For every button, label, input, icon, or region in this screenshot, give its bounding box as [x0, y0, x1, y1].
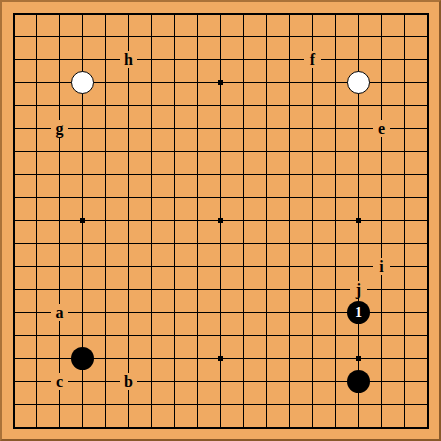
point-g3[interactable] — [140, 370, 163, 393]
point-q5[interactable] — [347, 324, 370, 347]
point-n14[interactable] — [278, 117, 301, 140]
point-p1[interactable] — [324, 416, 347, 439]
point-s8[interactable] — [393, 255, 416, 278]
point-e18[interactable] — [94, 25, 117, 48]
point-b10[interactable] — [25, 209, 48, 232]
point-o12[interactable] — [301, 163, 324, 186]
point-g13[interactable] — [140, 140, 163, 163]
point-o1[interactable] — [301, 416, 324, 439]
point-j18[interactable] — [186, 25, 209, 48]
point-c12[interactable] — [48, 163, 71, 186]
point-l7[interactable] — [232, 278, 255, 301]
point-q17[interactable] — [347, 48, 370, 71]
point-r12[interactable] — [370, 163, 393, 186]
point-m12[interactable] — [255, 163, 278, 186]
point-t14[interactable] — [416, 117, 439, 140]
point-s11[interactable] — [393, 186, 416, 209]
point-e7[interactable] — [94, 278, 117, 301]
point-n7[interactable] — [278, 278, 301, 301]
point-t11[interactable] — [416, 186, 439, 209]
point-t19[interactable] — [416, 2, 439, 25]
point-c17[interactable] — [48, 48, 71, 71]
point-b9[interactable] — [25, 232, 48, 255]
point-j2[interactable] — [186, 393, 209, 416]
point-e16[interactable] — [94, 71, 117, 94]
point-k18[interactable] — [209, 25, 232, 48]
point-p8[interactable] — [324, 255, 347, 278]
point-r19[interactable] — [370, 2, 393, 25]
point-m15[interactable] — [255, 94, 278, 117]
point-m6[interactable] — [255, 301, 278, 324]
point-r8[interactable]: i — [370, 255, 393, 278]
point-j15[interactable] — [186, 94, 209, 117]
point-q19[interactable] — [347, 2, 370, 25]
point-p19[interactable] — [324, 2, 347, 25]
point-q10[interactable] — [347, 209, 370, 232]
point-e15[interactable] — [94, 94, 117, 117]
point-p10[interactable] — [324, 209, 347, 232]
point-f12[interactable] — [117, 163, 140, 186]
point-n13[interactable] — [278, 140, 301, 163]
point-g14[interactable] — [140, 117, 163, 140]
point-j6[interactable] — [186, 301, 209, 324]
point-q15[interactable] — [347, 94, 370, 117]
point-l14[interactable] — [232, 117, 255, 140]
point-d1[interactable] — [71, 416, 94, 439]
point-f14[interactable] — [117, 117, 140, 140]
point-g17[interactable] — [140, 48, 163, 71]
point-b14[interactable] — [25, 117, 48, 140]
point-j14[interactable] — [186, 117, 209, 140]
point-s17[interactable] — [393, 48, 416, 71]
point-n9[interactable] — [278, 232, 301, 255]
point-r6[interactable] — [370, 301, 393, 324]
point-c5[interactable] — [48, 324, 71, 347]
point-a12[interactable] — [2, 163, 25, 186]
point-a15[interactable] — [2, 94, 25, 117]
point-h4[interactable] — [163, 347, 186, 370]
point-a5[interactable] — [2, 324, 25, 347]
point-m9[interactable] — [255, 232, 278, 255]
point-s19[interactable] — [393, 2, 416, 25]
point-n1[interactable] — [278, 416, 301, 439]
point-d19[interactable] — [71, 2, 94, 25]
point-q4[interactable] — [347, 347, 370, 370]
point-s13[interactable] — [393, 140, 416, 163]
point-o6[interactable] — [301, 301, 324, 324]
point-n2[interactable] — [278, 393, 301, 416]
point-o9[interactable] — [301, 232, 324, 255]
point-k17[interactable] — [209, 48, 232, 71]
point-f1[interactable] — [117, 416, 140, 439]
point-m18[interactable] — [255, 25, 278, 48]
point-q7[interactable]: j — [347, 278, 370, 301]
point-t9[interactable] — [416, 232, 439, 255]
point-h16[interactable] — [163, 71, 186, 94]
point-d5[interactable] — [71, 324, 94, 347]
point-r18[interactable] — [370, 25, 393, 48]
point-m3[interactable] — [255, 370, 278, 393]
point-c8[interactable] — [48, 255, 71, 278]
point-t17[interactable] — [416, 48, 439, 71]
point-d7[interactable] — [71, 278, 94, 301]
point-h2[interactable] — [163, 393, 186, 416]
point-f9[interactable] — [117, 232, 140, 255]
point-a1[interactable] — [2, 416, 25, 439]
point-d12[interactable] — [71, 163, 94, 186]
point-n5[interactable] — [278, 324, 301, 347]
point-s15[interactable] — [393, 94, 416, 117]
point-g19[interactable] — [140, 2, 163, 25]
point-e13[interactable] — [94, 140, 117, 163]
point-o8[interactable] — [301, 255, 324, 278]
point-d16[interactable] — [71, 71, 94, 94]
point-j1[interactable] — [186, 416, 209, 439]
point-s18[interactable] — [393, 25, 416, 48]
point-r13[interactable] — [370, 140, 393, 163]
point-r16[interactable] — [370, 71, 393, 94]
point-d9[interactable] — [71, 232, 94, 255]
point-d8[interactable] — [71, 255, 94, 278]
point-a16[interactable] — [2, 71, 25, 94]
point-q6[interactable]: 1 — [347, 301, 370, 324]
point-e10[interactable] — [94, 209, 117, 232]
point-k14[interactable] — [209, 117, 232, 140]
point-t18[interactable] — [416, 25, 439, 48]
point-j4[interactable] — [186, 347, 209, 370]
point-k8[interactable] — [209, 255, 232, 278]
point-t7[interactable] — [416, 278, 439, 301]
point-c10[interactable] — [48, 209, 71, 232]
point-e11[interactable] — [94, 186, 117, 209]
point-n8[interactable] — [278, 255, 301, 278]
point-f3[interactable]: b — [117, 370, 140, 393]
point-a11[interactable] — [2, 186, 25, 209]
point-g2[interactable] — [140, 393, 163, 416]
point-f8[interactable] — [117, 255, 140, 278]
point-s12[interactable] — [393, 163, 416, 186]
point-r5[interactable] — [370, 324, 393, 347]
point-h5[interactable] — [163, 324, 186, 347]
point-f6[interactable] — [117, 301, 140, 324]
point-t16[interactable] — [416, 71, 439, 94]
point-q18[interactable] — [347, 25, 370, 48]
point-m1[interactable] — [255, 416, 278, 439]
point-k13[interactable] — [209, 140, 232, 163]
point-j9[interactable] — [186, 232, 209, 255]
point-e12[interactable] — [94, 163, 117, 186]
point-p3[interactable] — [324, 370, 347, 393]
point-s3[interactable] — [393, 370, 416, 393]
point-l6[interactable] — [232, 301, 255, 324]
point-p4[interactable] — [324, 347, 347, 370]
point-o4[interactable] — [301, 347, 324, 370]
point-h19[interactable] — [163, 2, 186, 25]
point-f11[interactable] — [117, 186, 140, 209]
point-o10[interactable] — [301, 209, 324, 232]
point-e9[interactable] — [94, 232, 117, 255]
point-h1[interactable] — [163, 416, 186, 439]
point-s9[interactable] — [393, 232, 416, 255]
point-j12[interactable] — [186, 163, 209, 186]
point-t6[interactable] — [416, 301, 439, 324]
point-p7[interactable] — [324, 278, 347, 301]
point-q13[interactable] — [347, 140, 370, 163]
point-l13[interactable] — [232, 140, 255, 163]
point-b2[interactable] — [25, 393, 48, 416]
point-k12[interactable] — [209, 163, 232, 186]
point-p14[interactable] — [324, 117, 347, 140]
point-k1[interactable] — [209, 416, 232, 439]
point-j13[interactable] — [186, 140, 209, 163]
point-o17[interactable]: f — [301, 48, 324, 71]
point-a10[interactable] — [2, 209, 25, 232]
point-a9[interactable] — [2, 232, 25, 255]
point-c16[interactable] — [48, 71, 71, 94]
point-m19[interactable] — [255, 2, 278, 25]
point-r9[interactable] — [370, 232, 393, 255]
point-b12[interactable] — [25, 163, 48, 186]
point-s14[interactable] — [393, 117, 416, 140]
point-h17[interactable] — [163, 48, 186, 71]
point-j19[interactable] — [186, 2, 209, 25]
point-j10[interactable] — [186, 209, 209, 232]
point-m14[interactable] — [255, 117, 278, 140]
point-t3[interactable] — [416, 370, 439, 393]
point-o16[interactable] — [301, 71, 324, 94]
point-p9[interactable] — [324, 232, 347, 255]
point-e17[interactable] — [94, 48, 117, 71]
point-j16[interactable] — [186, 71, 209, 94]
point-d2[interactable] — [71, 393, 94, 416]
point-c4[interactable] — [48, 347, 71, 370]
point-k6[interactable] — [209, 301, 232, 324]
point-g6[interactable] — [140, 301, 163, 324]
point-j8[interactable] — [186, 255, 209, 278]
point-d17[interactable] — [71, 48, 94, 71]
point-l19[interactable] — [232, 2, 255, 25]
point-h3[interactable] — [163, 370, 186, 393]
point-k3[interactable] — [209, 370, 232, 393]
point-q12[interactable] — [347, 163, 370, 186]
point-h15[interactable] — [163, 94, 186, 117]
point-j3[interactable] — [186, 370, 209, 393]
point-m17[interactable] — [255, 48, 278, 71]
point-b15[interactable] — [25, 94, 48, 117]
point-r2[interactable] — [370, 393, 393, 416]
point-c19[interactable] — [48, 2, 71, 25]
point-n15[interactable] — [278, 94, 301, 117]
point-b13[interactable] — [25, 140, 48, 163]
point-r14[interactable]: e — [370, 117, 393, 140]
point-r1[interactable] — [370, 416, 393, 439]
point-g1[interactable] — [140, 416, 163, 439]
point-j11[interactable] — [186, 186, 209, 209]
point-f4[interactable] — [117, 347, 140, 370]
point-d14[interactable] — [71, 117, 94, 140]
point-o11[interactable] — [301, 186, 324, 209]
point-e4[interactable] — [94, 347, 117, 370]
point-t15[interactable] — [416, 94, 439, 117]
point-g5[interactable] — [140, 324, 163, 347]
point-b11[interactable] — [25, 186, 48, 209]
point-m2[interactable] — [255, 393, 278, 416]
point-n6[interactable] — [278, 301, 301, 324]
point-n17[interactable] — [278, 48, 301, 71]
point-g9[interactable] — [140, 232, 163, 255]
point-l9[interactable] — [232, 232, 255, 255]
point-c7[interactable] — [48, 278, 71, 301]
point-n10[interactable] — [278, 209, 301, 232]
point-s6[interactable] — [393, 301, 416, 324]
point-a14[interactable] — [2, 117, 25, 140]
point-c6[interactable]: a — [48, 301, 71, 324]
point-l5[interactable] — [232, 324, 255, 347]
point-o18[interactable] — [301, 25, 324, 48]
point-j17[interactable] — [186, 48, 209, 71]
point-m11[interactable] — [255, 186, 278, 209]
point-g10[interactable] — [140, 209, 163, 232]
point-f16[interactable] — [117, 71, 140, 94]
point-h14[interactable] — [163, 117, 186, 140]
point-g12[interactable] — [140, 163, 163, 186]
point-d11[interactable] — [71, 186, 94, 209]
point-n18[interactable] — [278, 25, 301, 48]
point-k4[interactable] — [209, 347, 232, 370]
point-s4[interactable] — [393, 347, 416, 370]
point-p13[interactable] — [324, 140, 347, 163]
point-p6[interactable] — [324, 301, 347, 324]
point-b1[interactable] — [25, 416, 48, 439]
point-r17[interactable] — [370, 48, 393, 71]
point-b19[interactable] — [25, 2, 48, 25]
point-s5[interactable] — [393, 324, 416, 347]
point-n4[interactable] — [278, 347, 301, 370]
point-f7[interactable] — [117, 278, 140, 301]
point-a8[interactable] — [2, 255, 25, 278]
point-s2[interactable] — [393, 393, 416, 416]
point-l1[interactable] — [232, 416, 255, 439]
point-m16[interactable] — [255, 71, 278, 94]
point-q8[interactable] — [347, 255, 370, 278]
point-b17[interactable] — [25, 48, 48, 71]
point-m10[interactable] — [255, 209, 278, 232]
point-q3[interactable] — [347, 370, 370, 393]
point-f17[interactable]: h — [117, 48, 140, 71]
point-g16[interactable] — [140, 71, 163, 94]
point-a13[interactable] — [2, 140, 25, 163]
point-g4[interactable] — [140, 347, 163, 370]
point-o14[interactable] — [301, 117, 324, 140]
point-c3[interactable]: c — [48, 370, 71, 393]
point-c15[interactable] — [48, 94, 71, 117]
point-c1[interactable] — [48, 416, 71, 439]
point-p11[interactable] — [324, 186, 347, 209]
point-p17[interactable] — [324, 48, 347, 71]
point-o19[interactable] — [301, 2, 324, 25]
point-n11[interactable] — [278, 186, 301, 209]
point-s16[interactable] — [393, 71, 416, 94]
point-b6[interactable] — [25, 301, 48, 324]
point-h7[interactable] — [163, 278, 186, 301]
point-p16[interactable] — [324, 71, 347, 94]
point-b8[interactable] — [25, 255, 48, 278]
point-f19[interactable] — [117, 2, 140, 25]
point-p18[interactable] — [324, 25, 347, 48]
point-r11[interactable] — [370, 186, 393, 209]
point-t12[interactable] — [416, 163, 439, 186]
point-l3[interactable] — [232, 370, 255, 393]
point-t4[interactable] — [416, 347, 439, 370]
point-m7[interactable] — [255, 278, 278, 301]
point-b16[interactable] — [25, 71, 48, 94]
point-c9[interactable] — [48, 232, 71, 255]
point-l2[interactable] — [232, 393, 255, 416]
point-g7[interactable] — [140, 278, 163, 301]
point-r7[interactable] — [370, 278, 393, 301]
point-o5[interactable] — [301, 324, 324, 347]
point-b5[interactable] — [25, 324, 48, 347]
point-f13[interactable] — [117, 140, 140, 163]
point-n19[interactable] — [278, 2, 301, 25]
point-r3[interactable] — [370, 370, 393, 393]
point-b18[interactable] — [25, 25, 48, 48]
point-q9[interactable] — [347, 232, 370, 255]
point-l11[interactable] — [232, 186, 255, 209]
point-a17[interactable] — [2, 48, 25, 71]
point-k2[interactable] — [209, 393, 232, 416]
point-t8[interactable] — [416, 255, 439, 278]
point-s10[interactable] — [393, 209, 416, 232]
point-d6[interactable] — [71, 301, 94, 324]
point-o15[interactable] — [301, 94, 324, 117]
point-s7[interactable] — [393, 278, 416, 301]
point-h11[interactable] — [163, 186, 186, 209]
point-l16[interactable] — [232, 71, 255, 94]
point-e3[interactable] — [94, 370, 117, 393]
point-k5[interactable] — [209, 324, 232, 347]
point-q1[interactable] — [347, 416, 370, 439]
point-c13[interactable] — [48, 140, 71, 163]
point-m5[interactable] — [255, 324, 278, 347]
point-b4[interactable] — [25, 347, 48, 370]
point-e14[interactable] — [94, 117, 117, 140]
point-h8[interactable] — [163, 255, 186, 278]
point-l17[interactable] — [232, 48, 255, 71]
point-k19[interactable] — [209, 2, 232, 25]
point-h13[interactable] — [163, 140, 186, 163]
point-d4[interactable] — [71, 347, 94, 370]
point-t5[interactable] — [416, 324, 439, 347]
point-q2[interactable] — [347, 393, 370, 416]
point-k11[interactable] — [209, 186, 232, 209]
point-t1[interactable] — [416, 416, 439, 439]
point-n3[interactable] — [278, 370, 301, 393]
point-h10[interactable] — [163, 209, 186, 232]
point-l18[interactable] — [232, 25, 255, 48]
point-p15[interactable] — [324, 94, 347, 117]
point-h12[interactable] — [163, 163, 186, 186]
point-p12[interactable] — [324, 163, 347, 186]
point-a7[interactable] — [2, 278, 25, 301]
point-p5[interactable] — [324, 324, 347, 347]
point-d13[interactable] — [71, 140, 94, 163]
point-m8[interactable] — [255, 255, 278, 278]
point-f15[interactable] — [117, 94, 140, 117]
point-l4[interactable] — [232, 347, 255, 370]
point-a3[interactable] — [2, 370, 25, 393]
point-f2[interactable] — [117, 393, 140, 416]
